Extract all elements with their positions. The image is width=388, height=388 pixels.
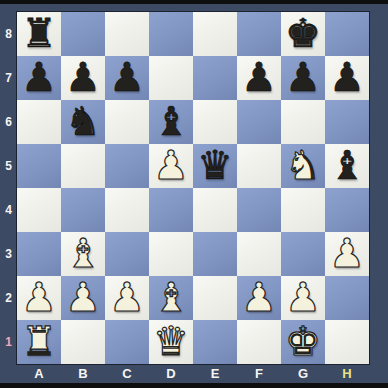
square-b6[interactable]: ♞ (61, 100, 105, 144)
square-a1[interactable]: ♜ (17, 320, 61, 364)
square-e2[interactable] (193, 276, 237, 320)
square-c6[interactable] (105, 100, 149, 144)
piece-white-pawn[interactable]: ♟ (285, 275, 321, 319)
square-e7[interactable] (193, 56, 237, 100)
piece-white-bishop[interactable]: ♝ (153, 275, 189, 319)
square-e5[interactable]: ♛ (193, 144, 237, 188)
rank-label-2: 2 (0, 276, 17, 320)
file-label-b: B (61, 365, 105, 383)
rank-label-1: 1 (0, 320, 17, 364)
square-c4[interactable] (105, 188, 149, 232)
square-c8[interactable] (105, 12, 149, 56)
file-label-h: H (325, 365, 369, 383)
rank-label-6: 6 (0, 100, 17, 144)
square-e1[interactable] (193, 320, 237, 364)
square-c1[interactable] (105, 320, 149, 364)
square-d7[interactable] (149, 56, 193, 100)
square-a8[interactable]: ♜ (17, 12, 61, 56)
piece-black-knight[interactable]: ♞ (65, 99, 101, 143)
square-f4[interactable] (237, 188, 281, 232)
square-d5[interactable]: ♟ (149, 144, 193, 188)
square-b7[interactable]: ♟ (61, 56, 105, 100)
square-f3[interactable] (237, 232, 281, 276)
square-a7[interactable]: ♟ (17, 56, 61, 100)
piece-white-pawn[interactable]: ♟ (153, 143, 189, 187)
rank-labels: 87654321 (0, 12, 17, 364)
square-a3[interactable] (17, 232, 61, 276)
piece-black-pawn[interactable]: ♟ (21, 55, 57, 99)
square-g4[interactable] (281, 188, 325, 232)
square-e4[interactable] (193, 188, 237, 232)
square-g1[interactable]: ♚ (281, 320, 325, 364)
square-d2[interactable]: ♝ (149, 276, 193, 320)
square-d1[interactable]: ♛ (149, 320, 193, 364)
rank-label-8: 8 (0, 12, 17, 56)
square-c5[interactable] (105, 144, 149, 188)
square-a4[interactable] (17, 188, 61, 232)
square-c3[interactable] (105, 232, 149, 276)
piece-black-bishop[interactable]: ♝ (329, 143, 365, 187)
square-f1[interactable] (237, 320, 281, 364)
square-f8[interactable] (237, 12, 281, 56)
square-g3[interactable] (281, 232, 325, 276)
piece-white-pawn[interactable]: ♟ (21, 275, 57, 319)
square-b2[interactable]: ♟ (61, 276, 105, 320)
square-f6[interactable] (237, 100, 281, 144)
piece-black-pawn[interactable]: ♟ (65, 55, 101, 99)
rank-label-3: 3 (0, 232, 17, 276)
square-f7[interactable]: ♟ (237, 56, 281, 100)
file-label-a: A (17, 365, 61, 383)
piece-white-pawn[interactable]: ♟ (329, 231, 365, 275)
square-h6[interactable] (325, 100, 369, 144)
square-h5[interactable]: ♝ (325, 144, 369, 188)
square-g6[interactable] (281, 100, 325, 144)
file-label-g: G (281, 365, 325, 383)
square-c7[interactable]: ♟ (105, 56, 149, 100)
piece-white-pawn[interactable]: ♟ (65, 275, 101, 319)
square-b5[interactable] (61, 144, 105, 188)
square-g8[interactable]: ♚ (281, 12, 325, 56)
chess-diagram: 87654321 ♜♚♟♟♟♟♟♟♞♝♟♛♞♝♝♟♟♟♟♝♟♟♜♛♚ ABCDE… (0, 0, 388, 388)
square-e8[interactable] (193, 12, 237, 56)
square-d6[interactable]: ♝ (149, 100, 193, 144)
rank-label-7: 7 (0, 56, 17, 100)
square-a2[interactable]: ♟ (17, 276, 61, 320)
square-d8[interactable] (149, 12, 193, 56)
square-b1[interactable] (61, 320, 105, 364)
piece-black-rook[interactable]: ♜ (21, 11, 57, 55)
piece-white-queen[interactable]: ♛ (153, 319, 189, 363)
square-g2[interactable]: ♟ (281, 276, 325, 320)
rank-label-5: 5 (0, 144, 17, 188)
square-h7[interactable]: ♟ (325, 56, 369, 100)
piece-white-pawn[interactable]: ♟ (109, 275, 145, 319)
piece-white-knight[interactable]: ♞ (285, 143, 321, 187)
square-b8[interactable] (61, 12, 105, 56)
square-h1[interactable] (325, 320, 369, 364)
file-label-e: E (193, 365, 237, 383)
square-d4[interactable] (149, 188, 193, 232)
square-b3[interactable]: ♝ (61, 232, 105, 276)
piece-black-pawn[interactable]: ♟ (285, 55, 321, 99)
piece-black-king[interactable]: ♚ (285, 11, 321, 55)
file-labels: ABCDEFGH (17, 365, 369, 383)
square-h2[interactable] (325, 276, 369, 320)
file-label-c: C (105, 365, 149, 383)
piece-black-pawn[interactable]: ♟ (109, 55, 145, 99)
rank-label-4: 4 (0, 188, 17, 232)
piece-black-pawn[interactable]: ♟ (329, 55, 365, 99)
square-f5[interactable] (237, 144, 281, 188)
piece-white-rook[interactable]: ♜ (21, 319, 57, 363)
square-h8[interactable] (325, 12, 369, 56)
piece-white-bishop[interactable]: ♝ (65, 231, 101, 275)
square-a5[interactable] (17, 144, 61, 188)
piece-black-queen[interactable]: ♛ (197, 143, 233, 187)
square-a6[interactable] (17, 100, 61, 144)
file-label-f: F (237, 365, 281, 383)
square-e6[interactable] (193, 100, 237, 144)
piece-black-bishop[interactable]: ♝ (153, 99, 189, 143)
square-h3[interactable]: ♟ (325, 232, 369, 276)
square-c2[interactable]: ♟ (105, 276, 149, 320)
square-h4[interactable] (325, 188, 369, 232)
square-g5[interactable]: ♞ (281, 144, 325, 188)
piece-white-king[interactable]: ♚ (285, 319, 321, 363)
piece-white-pawn[interactable]: ♟ (241, 275, 277, 319)
square-f2[interactable]: ♟ (237, 276, 281, 320)
square-d3[interactable] (149, 232, 193, 276)
square-g7[interactable]: ♟ (281, 56, 325, 100)
square-e3[interactable] (193, 232, 237, 276)
square-b4[interactable] (61, 188, 105, 232)
piece-black-pawn[interactable]: ♟ (241, 55, 277, 99)
chess-board[interactable]: ♜♚♟♟♟♟♟♟♞♝♟♛♞♝♝♟♟♟♟♝♟♟♜♛♚ (17, 12, 369, 364)
file-label-d: D (149, 365, 193, 383)
